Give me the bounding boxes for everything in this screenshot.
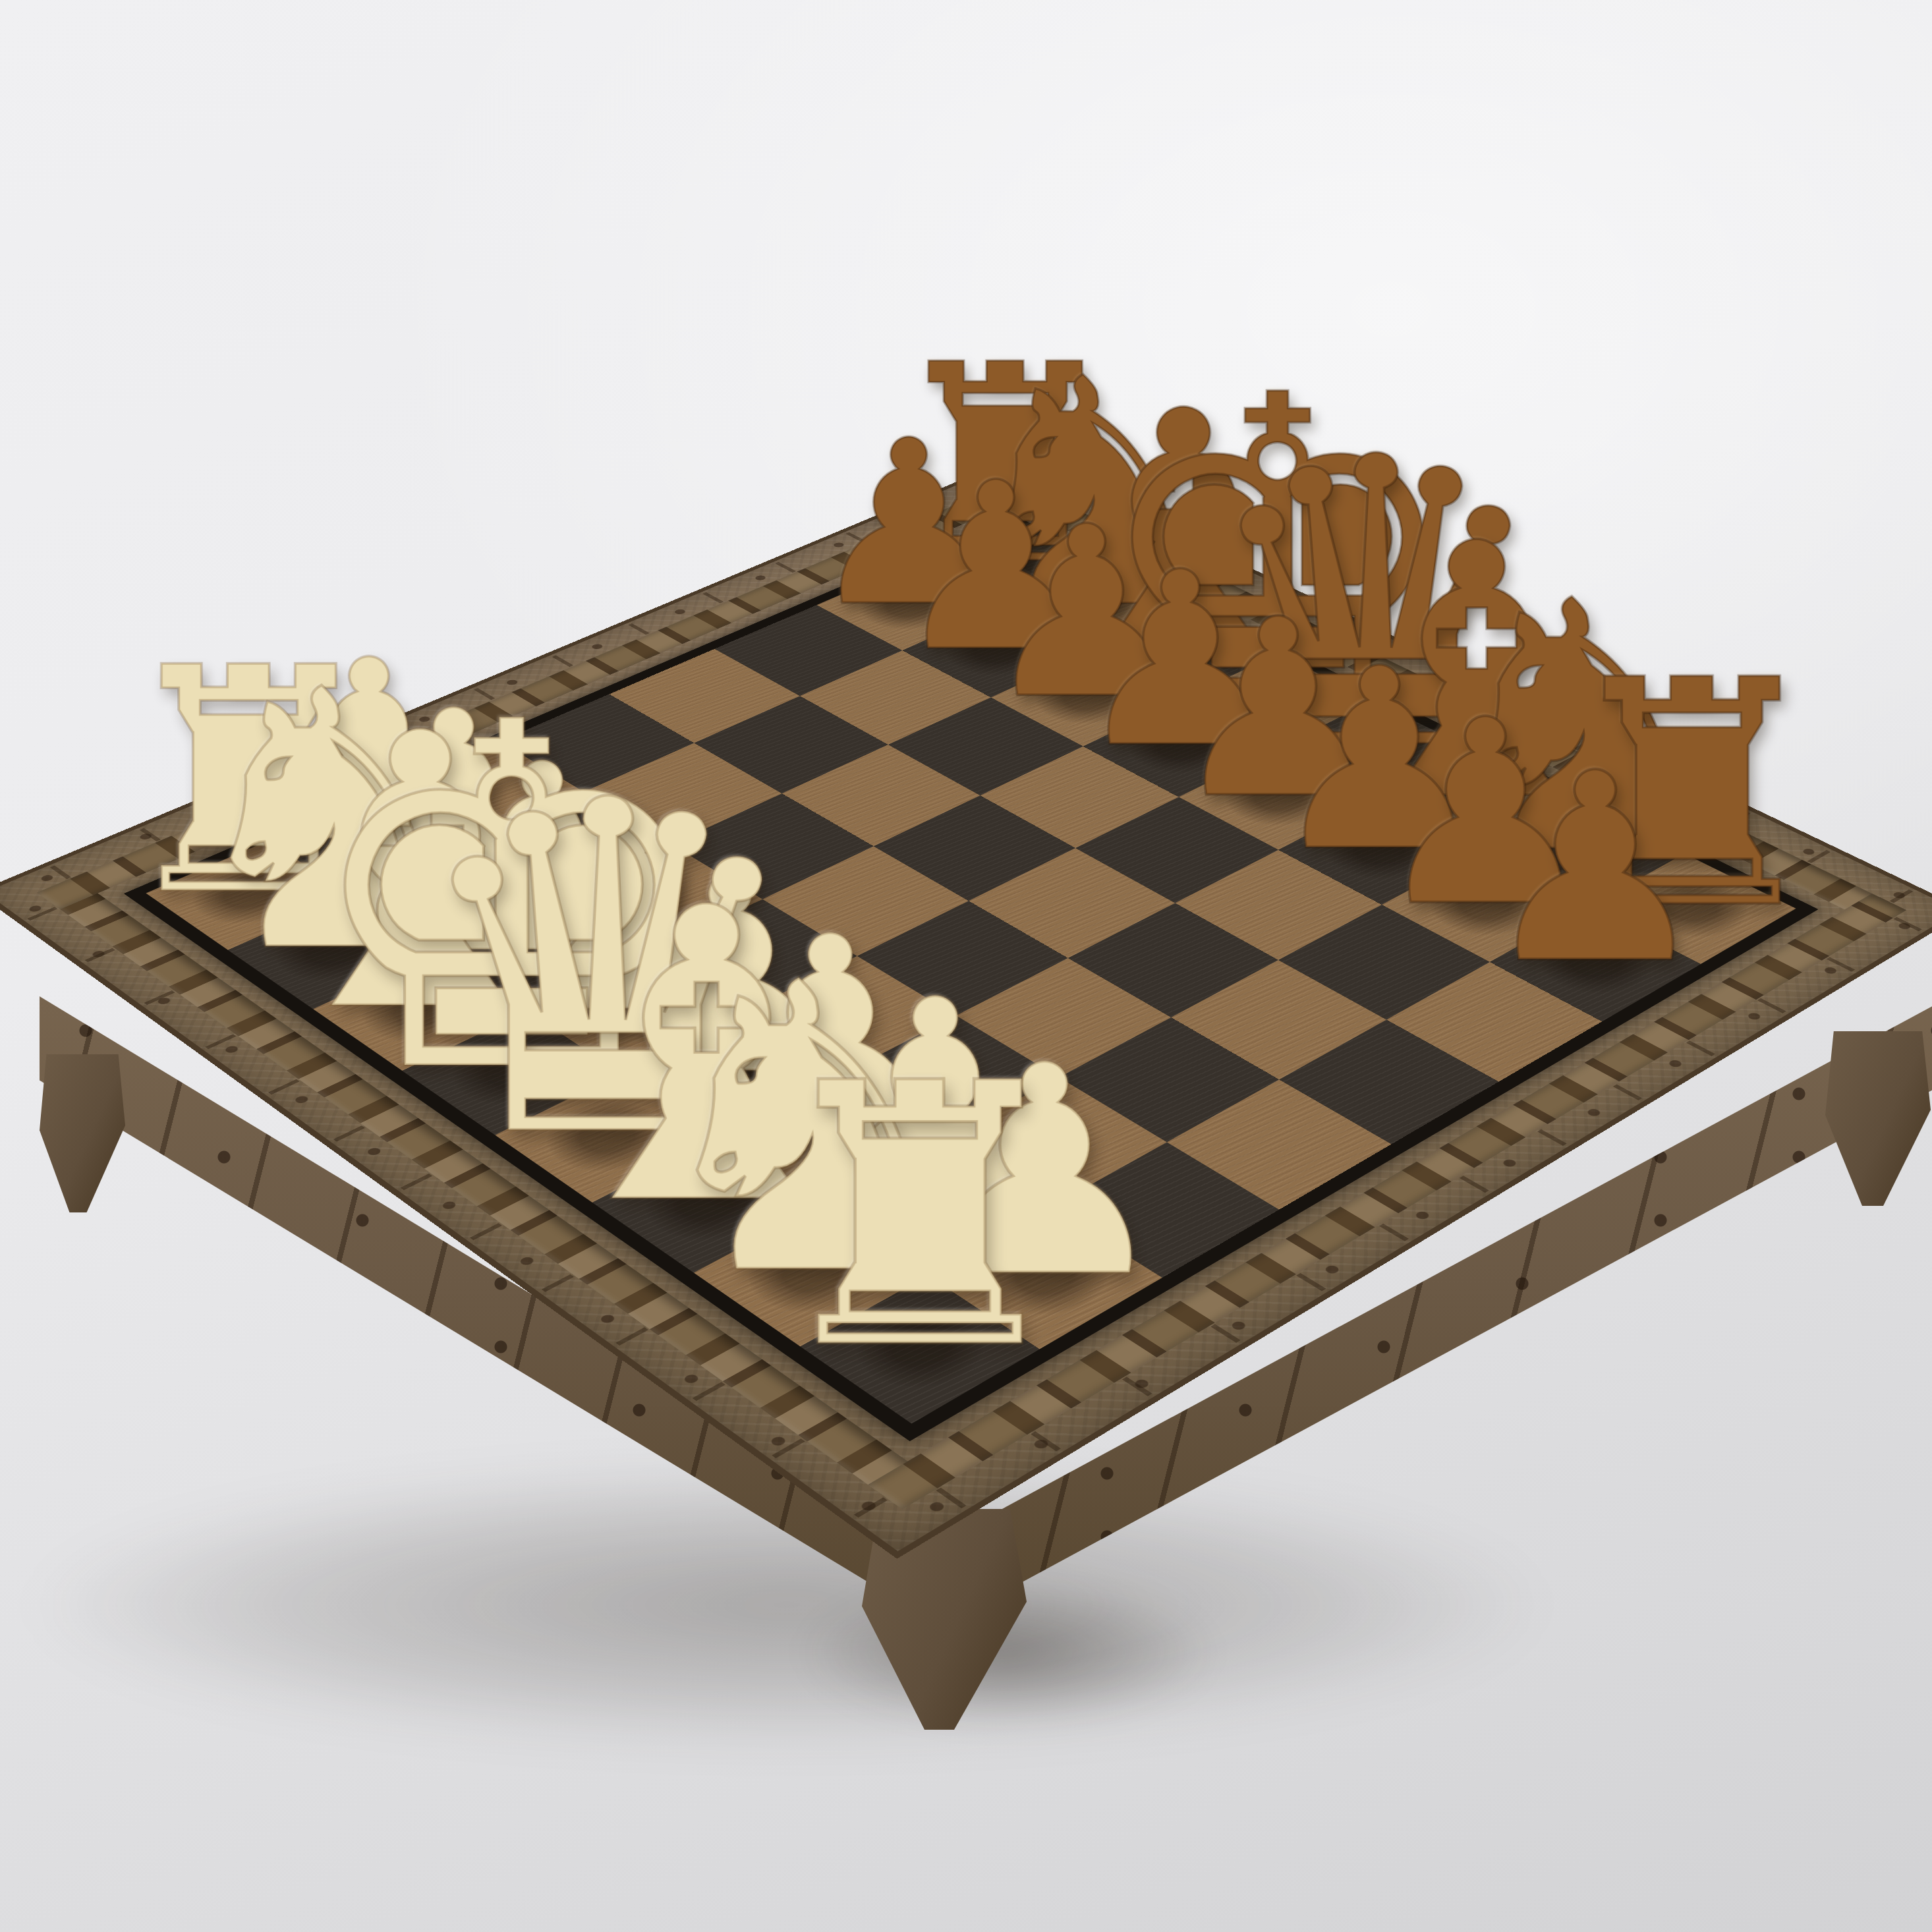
square-a1: ♜ bbox=[800, 1275, 1040, 1423]
brown-pawn-icon: ♟ bbox=[1479, 739, 1712, 1000]
board-3d-scene: ♜♞♝♚♛♝♞♜♟♟♟♟♟♟♟♟♟♟♟♟♟♟♟♟♜♞♝♚♛♝♞♜ bbox=[0, 0, 1932, 1932]
checkerboard-grid: ♜♞♝♚♛♝♞♜♟♟♟♟♟♟♟♟♟♟♟♟♟♟♟♟♜♞♝♚♛♝♞♜ bbox=[146, 522, 1796, 1423]
chess-board-frame: ♜♞♝♚♛♝♞♜♟♟♟♟♟♟♟♟♟♟♟♟♟♟♟♟♜♞♝♚♛♝♞♜ bbox=[0, 457, 1932, 1559]
photo-stage: ♜♞♝♚♛♝♞♜♟♟♟♟♟♟♟♟♟♟♟♟♟♟♟♟♜♞♝♚♛♝♞♜ Hand-ca… bbox=[0, 0, 1932, 1932]
checkerboard-panel: ♜♞♝♚♛♝♞♜♟♟♟♟♟♟♟♟♟♟♟♟♟♟♟♟♜♞♝♚♛♝♞♜ bbox=[124, 513, 1819, 1441]
white-rook-icon: ♜ bbox=[758, 1037, 1082, 1398]
